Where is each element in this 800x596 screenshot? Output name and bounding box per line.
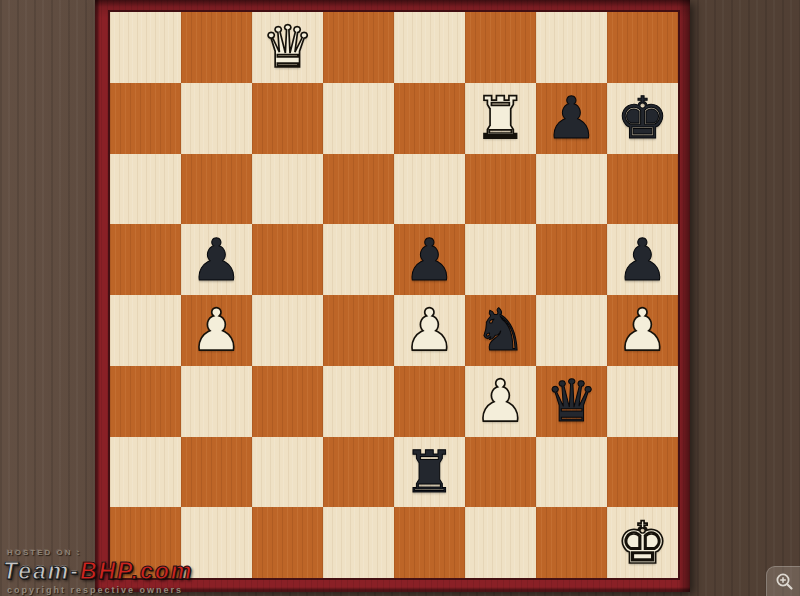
square-d6 [323,154,394,225]
square-g1 [536,507,607,578]
piece-white-pawn: ♟ [404,301,456,359]
square-e7 [394,83,465,154]
square-h4: ♟ [607,295,678,366]
square-h1: ♚ [607,507,678,578]
square-c6 [252,154,323,225]
watermark-site-gray: Team- [3,558,80,584]
piece-white-pawn: ♟ [191,301,243,359]
square-f2 [465,437,536,508]
square-d3 [323,366,394,437]
square-c3 [252,366,323,437]
square-f5 [465,224,536,295]
square-g6 [536,154,607,225]
square-c1 [252,507,323,578]
square-g5 [536,224,607,295]
square-b8 [181,12,252,83]
board-frame: ♛♜♟♚♟♟♟♟♟♞♟♟♛♜♚ [95,0,690,592]
square-e8 [394,12,465,83]
square-g7: ♟ [536,83,607,154]
square-e2: ♜ [394,437,465,508]
square-g3: ♛ [536,366,607,437]
square-f3: ♟ [465,366,536,437]
square-b2 [181,437,252,508]
square-h2 [607,437,678,508]
square-b1 [181,507,252,578]
zoom-button[interactable] [766,566,800,596]
piece-black-rook: ♜ [404,443,456,501]
square-c5 [252,224,323,295]
square-c2 [252,437,323,508]
square-d8 [323,12,394,83]
magnifier-plus-icon [774,572,794,592]
square-e1 [394,507,465,578]
square-b3 [181,366,252,437]
piece-white-queen: ♛ [262,18,314,76]
square-a8 [110,12,181,83]
square-d7 [323,83,394,154]
square-c7 [252,83,323,154]
square-b7 [181,83,252,154]
piece-black-pawn: ♟ [191,231,243,289]
piece-black-pawn: ♟ [617,231,669,289]
square-d5 [323,224,394,295]
chess-board: ♛♜♟♚♟♟♟♟♟♞♟♟♛♜♚ [110,12,678,578]
square-h8 [607,12,678,83]
square-b4: ♟ [181,295,252,366]
square-a6 [110,154,181,225]
piece-white-rook: ♜ [475,89,527,147]
square-h6 [607,154,678,225]
piece-white-pawn: ♟ [475,372,527,430]
square-c8: ♛ [252,12,323,83]
square-e3 [394,366,465,437]
square-e4: ♟ [394,295,465,366]
square-f7: ♜ [465,83,536,154]
square-a3 [110,366,181,437]
square-c4 [252,295,323,366]
square-a5 [110,224,181,295]
square-e6 [394,154,465,225]
square-f1 [465,507,536,578]
square-g8 [536,12,607,83]
piece-black-knight: ♞ [475,301,527,359]
square-a1 [110,507,181,578]
square-h7: ♚ [607,83,678,154]
piece-white-king: ♚ [617,514,669,572]
square-g2 [536,437,607,508]
piece-black-pawn: ♟ [404,231,456,289]
piece-black-pawn: ♟ [546,89,598,147]
square-h3 [607,366,678,437]
square-a4 [110,295,181,366]
square-h5: ♟ [607,224,678,295]
square-d1 [323,507,394,578]
piece-white-pawn: ♟ [617,301,669,359]
square-a2 [110,437,181,508]
square-b5: ♟ [181,224,252,295]
square-f8 [465,12,536,83]
square-b6 [181,154,252,225]
square-f4: ♞ [465,295,536,366]
square-g4 [536,295,607,366]
square-a7 [110,83,181,154]
square-d2 [323,437,394,508]
square-f6 [465,154,536,225]
square-e5: ♟ [394,224,465,295]
piece-black-king: ♚ [617,89,669,147]
square-d4 [323,295,394,366]
piece-black-queen: ♛ [546,372,598,430]
